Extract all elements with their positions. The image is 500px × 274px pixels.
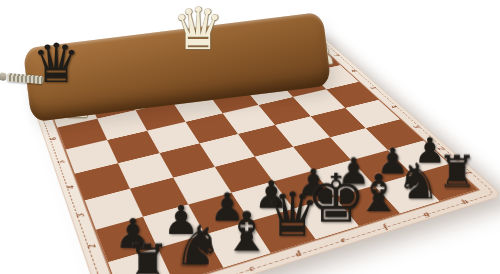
rank-label-far-5: 5: [55, 157, 68, 167]
file-label-c: c: [242, 262, 261, 274]
file-label-d: d: [289, 247, 308, 259]
rank-label-far-6: 6: [47, 134, 59, 143]
file-label-h: h: [455, 196, 473, 206]
file-label-e: e: [333, 234, 352, 246]
rank-label-far-2: 2: [84, 240, 100, 253]
chess-set-product-photo: ♜♞♝♛♚♝♞♜♟♟♟♟♟♟♟♟♟♟♟♟♟♟♟♟♜♞♝♛♚♝♞♜ aabbccd…: [0, 0, 500, 274]
black-knight: ♞: [396, 160, 440, 205]
black-pawn: ♟: [337, 155, 370, 189]
square-a1: ♜: [108, 248, 174, 274]
black-pawn: ♟: [413, 135, 445, 167]
rank-label-far-4: 4: [63, 182, 77, 193]
file-label-g: g: [416, 208, 435, 219]
square-e4: [238, 125, 293, 157]
zipper-icon: [7, 73, 44, 84]
zipper-pull-icon: [0, 72, 7, 81]
rank-label-far-3: 3: [73, 209, 88, 221]
black-pawn: ♟: [114, 215, 151, 253]
file-label-f: f: [376, 221, 395, 232]
